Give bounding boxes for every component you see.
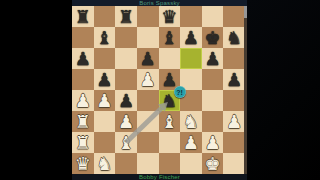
inaccuracy-badge-icon: ?!: [174, 86, 186, 98]
chess-board[interactable]: ♜♜♛♝♝♟♚♞♟♟♟♟♟♟♟♟♟♟♞♜♟♝♞♟♜♝♟♟♛♞♚: [72, 6, 245, 174]
piece-white-pawn-f2[interactable]: ♟: [180, 132, 202, 153]
square-h2[interactable]: [223, 132, 245, 153]
piece-black-rook-a8[interactable]: ♜: [72, 6, 94, 27]
piece-black-pawn-a6[interactable]: ♟: [72, 48, 94, 69]
square-e1[interactable]: [159, 153, 181, 174]
square-f2[interactable]: ♟: [180, 132, 202, 153]
piece-black-queen-e8[interactable]: ♛: [159, 6, 181, 27]
piece-black-pawn-c4[interactable]: ♟: [115, 90, 137, 111]
square-a5[interactable]: [72, 69, 94, 90]
square-d5[interactable]: ♟: [137, 69, 159, 90]
piece-white-rook-a3[interactable]: ♜: [72, 111, 94, 132]
piece-black-pawn-f7[interactable]: ♟: [180, 27, 202, 48]
square-d1[interactable]: [137, 153, 159, 174]
chess-board-area: Boris Spassky ♜♜♛♝♝♟♚♞♟♟♟♟♟♟♟♟♟♟♞♜♟♝♞♟♜♝…: [72, 0, 247, 180]
square-c6[interactable]: [115, 48, 137, 69]
square-c8[interactable]: ♜: [115, 6, 137, 27]
square-h3[interactable]: ♟: [223, 111, 245, 132]
square-e2[interactable]: [159, 132, 181, 153]
square-f1[interactable]: [180, 153, 202, 174]
square-g3[interactable]: [202, 111, 224, 132]
piece-white-king-g1[interactable]: ♚: [202, 153, 224, 174]
square-d6[interactable]: ♟: [137, 48, 159, 69]
scrollbar[interactable]: [244, 6, 247, 174]
square-a3[interactable]: ♜: [72, 111, 94, 132]
piece-white-pawn-g2[interactable]: ♟: [202, 132, 224, 153]
piece-white-knight-f3[interactable]: ♞: [180, 111, 202, 132]
square-b6[interactable]: [94, 48, 116, 69]
piece-black-bishop-e7[interactable]: ♝: [159, 27, 181, 48]
square-e7[interactable]: ♝: [159, 27, 181, 48]
square-c7[interactable]: [115, 27, 137, 48]
piece-white-pawn-h3[interactable]: ♟: [223, 111, 245, 132]
square-d7[interactable]: [137, 27, 159, 48]
square-b3[interactable]: [94, 111, 116, 132]
square-e8[interactable]: ♛: [159, 6, 181, 27]
square-a1[interactable]: ♛: [72, 153, 94, 174]
piece-black-pawn-b5[interactable]: ♟: [94, 69, 116, 90]
square-c1[interactable]: [115, 153, 137, 174]
square-h1[interactable]: [223, 153, 245, 174]
square-a7[interactable]: [72, 27, 94, 48]
piece-black-pawn-d6[interactable]: ♟: [137, 48, 159, 69]
piece-white-pawn-a4[interactable]: ♟: [72, 90, 94, 111]
square-c2[interactable]: ♝: [115, 132, 137, 153]
piece-black-bishop-b7[interactable]: ♝: [94, 27, 116, 48]
square-h6[interactable]: [223, 48, 245, 69]
square-a4[interactable]: ♟: [72, 90, 94, 111]
square-h4[interactable]: [223, 90, 245, 111]
square-b4[interactable]: ♟: [94, 90, 116, 111]
square-f8[interactable]: [180, 6, 202, 27]
square-h8[interactable]: [223, 6, 245, 27]
piece-white-rook-a2[interactable]: ♜: [72, 132, 94, 153]
piece-white-queen-a1[interactable]: ♛: [72, 153, 94, 174]
square-h7[interactable]: ♞: [223, 27, 245, 48]
piece-black-rook-c8[interactable]: ♜: [115, 6, 137, 27]
square-c4[interactable]: ♟: [115, 90, 137, 111]
square-h5[interactable]: ♟: [223, 69, 245, 90]
piece-white-pawn-c3[interactable]: ♟: [115, 111, 137, 132]
piece-black-pawn-g6[interactable]: ♟: [202, 48, 224, 69]
square-c3[interactable]: ♟: [115, 111, 137, 132]
square-a2[interactable]: ♜: [72, 132, 94, 153]
player-name-white: Bobby Fischer: [139, 174, 180, 180]
square-e6[interactable]: [159, 48, 181, 69]
piece-white-knight-b1[interactable]: ♞: [94, 153, 116, 174]
piece-white-pawn-d5[interactable]: ♟: [137, 69, 159, 90]
square-b1[interactable]: ♞: [94, 153, 116, 174]
square-f7[interactable]: ♟: [180, 27, 202, 48]
piece-black-knight-h7[interactable]: ♞: [223, 27, 245, 48]
square-d4[interactable]: [137, 90, 159, 111]
piece-white-bishop-e3[interactable]: ♝: [159, 111, 181, 132]
piece-white-bishop-c2[interactable]: ♝: [115, 132, 137, 153]
square-g8[interactable]: [202, 6, 224, 27]
square-b2[interactable]: [94, 132, 116, 153]
square-a6[interactable]: ♟: [72, 48, 94, 69]
square-g4[interactable]: [202, 90, 224, 111]
square-b5[interactable]: ♟: [94, 69, 116, 90]
square-b8[interactable]: [94, 6, 116, 27]
square-d2[interactable]: [137, 132, 159, 153]
square-g7[interactable]: ♚: [202, 27, 224, 48]
square-a8[interactable]: ♜: [72, 6, 94, 27]
piece-white-pawn-b4[interactable]: ♟: [94, 90, 116, 111]
square-d8[interactable]: [137, 6, 159, 27]
square-f6[interactable]: [180, 48, 202, 69]
player-bar-bottom: Bobby Fischer: [72, 174, 247, 180]
square-g5[interactable]: [202, 69, 224, 90]
square-f3[interactable]: ♞: [180, 111, 202, 132]
video-frame: Boris Spassky ♜♜♛♝♝♟♚♞♟♟♟♟♟♟♟♟♟♟♞♜♟♝♞♟♜♝…: [0, 0, 320, 180]
scrollbar-thumb[interactable]: [244, 6, 247, 18]
square-b7[interactable]: ♝: [94, 27, 116, 48]
square-g1[interactable]: ♚: [202, 153, 224, 174]
square-g6[interactable]: ♟: [202, 48, 224, 69]
piece-black-pawn-h5[interactable]: ♟: [223, 69, 245, 90]
square-c5[interactable]: [115, 69, 137, 90]
square-e3[interactable]: ♝: [159, 111, 181, 132]
piece-black-king-g7[interactable]: ♚: [202, 27, 224, 48]
square-g2[interactable]: ♟: [202, 132, 224, 153]
square-d3[interactable]: [137, 111, 159, 132]
